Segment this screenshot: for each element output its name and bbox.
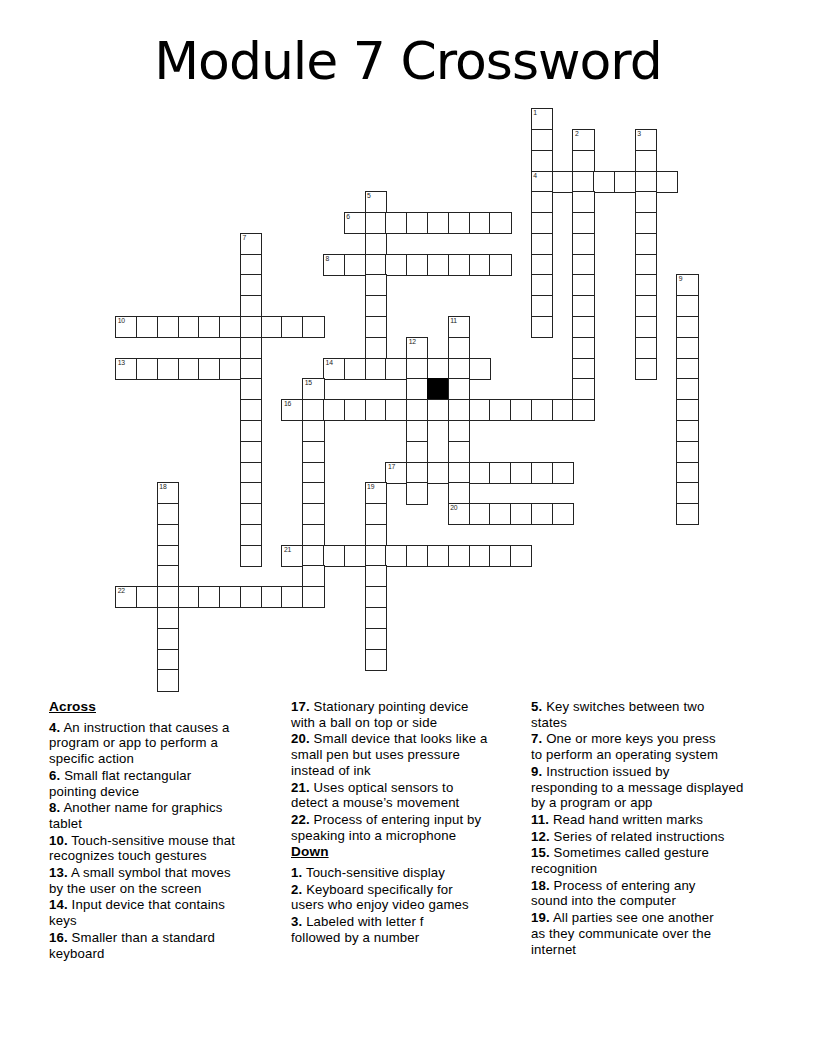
clue-text-line: states <box>531 715 781 731</box>
clue-4: 4. An instruction that causes aprogram o… <box>49 720 289 767</box>
clue-number-label: 17. <box>291 699 310 714</box>
grid-cell[interactable] <box>178 586 200 608</box>
grid-cell[interactable] <box>635 233 657 255</box>
black-cell <box>427 378 449 400</box>
grid-cell[interactable] <box>302 545 324 567</box>
grid-cell[interactable] <box>489 545 511 567</box>
clue-number-label: 13. <box>49 865 68 880</box>
clue-text-line: 8. Another name for graphics <box>49 800 289 816</box>
grid-cell[interactable] <box>469 399 491 421</box>
cell-number: 7 <box>242 234 246 242</box>
grid-cell[interactable] <box>531 462 553 484</box>
grid-cell[interactable] <box>531 191 553 213</box>
grid-cell[interactable] <box>157 586 179 608</box>
grid-cell[interactable] <box>676 358 698 380</box>
clue-text-line: 1. Touch-sensitive display <box>291 865 529 881</box>
clue-text-line: 4. An instruction that causes a <box>49 720 289 736</box>
grid-cell[interactable] <box>510 462 532 484</box>
across-header: Across <box>49 699 289 715</box>
grid-cell[interactable] <box>448 212 470 234</box>
clue-number-label: 19. <box>531 910 550 925</box>
clue-number-label: 16. <box>49 930 68 945</box>
grid-cell[interactable] <box>572 274 594 296</box>
clue-18: 18. Process of entering anysound into th… <box>531 878 781 909</box>
grid-cell[interactable] <box>385 212 407 234</box>
grid-cell[interactable] <box>157 669 179 691</box>
grid-cell[interactable] <box>656 171 678 193</box>
clue-21: 21. Uses optical sensors todetect a mous… <box>291 780 529 811</box>
grid-cell[interactable] <box>365 524 387 546</box>
grid-cell[interactable] <box>365 565 387 587</box>
cell-number: 3 <box>637 130 641 138</box>
grid-cell[interactable] <box>469 503 491 525</box>
grid-cell[interactable] <box>448 545 470 567</box>
grid-cell[interactable] <box>531 254 553 276</box>
grid-cell[interactable] <box>635 274 657 296</box>
clue-column-2: 17. Stationary pointing devicewith a bal… <box>291 699 529 947</box>
clue-number-label: 14. <box>49 897 68 912</box>
grid-cell[interactable] <box>157 524 179 546</box>
clue-number-label: 1. <box>291 865 302 880</box>
cell-number: 13 <box>118 359 125 367</box>
grid-cell[interactable]: 2 <box>572 129 594 151</box>
grid-cell[interactable] <box>572 358 594 380</box>
page-title: Module 7 Crossword <box>0 34 816 89</box>
clue-number-label: 20. <box>291 731 310 746</box>
grid-cell[interactable] <box>157 316 179 338</box>
grid-cell[interactable] <box>469 358 491 380</box>
grid-cell[interactable] <box>635 171 657 193</box>
clue-16: 16. Smaller than a standardkeyboard <box>49 930 289 961</box>
grid-cell[interactable] <box>240 462 262 484</box>
cell-number: 15 <box>305 379 312 387</box>
grid-cell[interactable] <box>469 462 491 484</box>
grid-cell[interactable] <box>157 565 179 587</box>
grid-cell[interactable] <box>302 586 324 608</box>
clue-text-line: followed by a number <box>291 930 529 946</box>
clue-text-line: 11. Read hand written marks <box>531 812 781 828</box>
grid-cell[interactable] <box>635 337 657 359</box>
grid-cell[interactable] <box>676 399 698 421</box>
grid-cell[interactable] <box>510 503 532 525</box>
grid-cell[interactable] <box>489 399 511 421</box>
clue-text-line: internet <box>531 942 781 958</box>
grid-cell[interactable] <box>157 545 179 567</box>
grid-cell[interactable]: 8 <box>323 254 345 276</box>
grid-cell[interactable] <box>572 171 594 193</box>
clue-text-line: 20. Small device that looks like a <box>291 731 529 747</box>
grid-cell[interactable] <box>635 254 657 276</box>
grid-cell[interactable] <box>531 295 553 317</box>
grid-cell[interactable] <box>427 212 449 234</box>
grid-cell[interactable] <box>240 586 262 608</box>
grid-cell[interactable] <box>219 358 241 380</box>
grid-cell[interactable] <box>593 171 615 193</box>
grid-cell[interactable] <box>240 545 262 567</box>
grid-cell[interactable] <box>261 316 283 338</box>
grid-cell[interactable] <box>365 212 387 234</box>
grid-cell[interactable]: 9 <box>676 274 698 296</box>
clue-text-line: with a ball on top or side <box>291 715 529 731</box>
grid-cell[interactable] <box>572 191 594 213</box>
grid-cell[interactable] <box>198 358 220 380</box>
clue-text-line: keys <box>49 913 289 929</box>
clue-text-line: instead of ink <box>291 763 529 779</box>
grid-cell[interactable]: 13 <box>115 358 137 380</box>
grid-cell[interactable] <box>448 420 470 442</box>
grid-cell[interactable] <box>302 420 324 442</box>
clue-number-label: 8. <box>49 800 60 815</box>
grid-cell[interactable] <box>385 358 407 380</box>
grid-cell[interactable] <box>531 399 553 421</box>
grid-cell[interactable] <box>572 316 594 338</box>
grid-cell[interactable] <box>365 607 387 629</box>
clue-text-line: by a program or app <box>531 795 781 811</box>
grid-cell[interactable] <box>406 545 428 567</box>
grid-cell[interactable] <box>240 441 262 463</box>
clue-text-line: sound into the computer <box>531 893 781 909</box>
grid-cell[interactable] <box>489 254 511 276</box>
clue-number-label: 5. <box>531 699 542 714</box>
clue-7: 7. One or more keys you pressto perform … <box>531 731 781 762</box>
clue-number-label: 6. <box>49 768 60 783</box>
grid-cell[interactable] <box>136 358 158 380</box>
grid-cell[interactable] <box>489 212 511 234</box>
grid-cell[interactable] <box>302 462 324 484</box>
grid-cell[interactable] <box>302 482 324 504</box>
grid-cell[interactable] <box>240 358 262 380</box>
cell-number: 20 <box>450 504 457 512</box>
clue-text-line: 21. Uses optical sensors to <box>291 780 529 796</box>
grid-cell[interactable] <box>261 586 283 608</box>
grid-cell[interactable] <box>676 441 698 463</box>
grid-cell[interactable] <box>406 254 428 276</box>
grid-cell[interactable]: 20 <box>448 503 470 525</box>
grid-cell[interactable] <box>572 212 594 234</box>
clue-number-label: 7. <box>531 731 542 746</box>
clue-text-line: 18. Process of entering any <box>531 878 781 894</box>
grid-cell[interactable] <box>281 586 303 608</box>
grid-cell[interactable] <box>614 171 636 193</box>
grid-cell[interactable] <box>531 274 553 296</box>
grid-cell[interactable] <box>427 545 449 567</box>
grid-cell[interactable] <box>406 358 428 380</box>
clue-number-label: 4. <box>49 720 60 735</box>
grid-cell[interactable] <box>448 254 470 276</box>
grid-cell[interactable]: 4 <box>531 171 553 193</box>
grid-cell[interactable] <box>406 212 428 234</box>
cell-number: 1 <box>533 109 537 117</box>
grid-cell[interactable] <box>448 358 470 380</box>
cell-number: 9 <box>679 275 683 283</box>
cell-number: 21 <box>284 546 291 554</box>
grid-cell[interactable] <box>469 212 491 234</box>
grid-cell[interactable]: 10 <box>115 316 137 338</box>
cell-number: 10 <box>118 317 125 325</box>
grid-cell[interactable] <box>302 441 324 463</box>
grid-cell[interactable] <box>365 295 387 317</box>
grid-cell[interactable] <box>448 441 470 463</box>
grid-cell[interactable] <box>572 150 594 172</box>
grid-cell[interactable] <box>635 212 657 234</box>
grid-cell[interactable] <box>572 254 594 276</box>
clue-1: 1. Touch-sensitive display <box>291 865 529 881</box>
clue-column-3: 5. Key switches between twostates7. One … <box>531 699 781 958</box>
grid-cell[interactable] <box>427 462 449 484</box>
clue-text-line: 13. A small symbol that moves <box>49 865 289 881</box>
clue-text-line: 14. Input device that contains <box>49 897 289 913</box>
grid-cell[interactable] <box>676 503 698 525</box>
grid-cell[interactable]: 12 <box>406 337 428 359</box>
grid-cell[interactable] <box>489 503 511 525</box>
grid-cell[interactable] <box>157 503 179 525</box>
grid-cell[interactable] <box>302 316 324 338</box>
grid-cell[interactable] <box>365 337 387 359</box>
grid-cell[interactable]: 5 <box>365 191 387 213</box>
grid-cell[interactable] <box>572 295 594 317</box>
grid-cell[interactable] <box>385 545 407 567</box>
grid-cell[interactable] <box>240 524 262 546</box>
clue-text-line: responding to a message displayed <box>531 780 781 796</box>
grid-cell[interactable] <box>552 503 574 525</box>
grid-cell[interactable] <box>427 399 449 421</box>
grid-cell[interactable] <box>157 649 179 671</box>
grid-cell[interactable] <box>531 212 553 234</box>
clue-column-1: Across4. An instruction that causes apro… <box>49 699 289 962</box>
grid-cell[interactable] <box>448 337 470 359</box>
grid-cell[interactable] <box>344 254 366 276</box>
grid-cell[interactable] <box>323 545 345 567</box>
grid-cell[interactable] <box>240 378 262 400</box>
cell-number: 5 <box>367 192 371 200</box>
cell-number: 11 <box>450 317 457 325</box>
clue-text-line: 3. Labeled with letter f <box>291 914 529 930</box>
grid-cell[interactable] <box>365 586 387 608</box>
clue-text-line: tablet <box>49 816 289 832</box>
grid-cell[interactable] <box>198 586 220 608</box>
cell-number: 16 <box>284 400 291 408</box>
grid-cell[interactable] <box>572 399 594 421</box>
grid-cell[interactable] <box>240 254 262 276</box>
clue-6: 6. Small flat rectangularpointing device <box>49 768 289 799</box>
grid-cell[interactable] <box>635 191 657 213</box>
grid-cell[interactable] <box>676 337 698 359</box>
clue-text-line: users who enjoy video games <box>291 897 529 913</box>
clue-text-line: as they communicate over the <box>531 926 781 942</box>
clue-text-line: speaking into a microphone <box>291 828 529 844</box>
clue-text-line: 10. Touch-sensitive mouse that <box>49 833 289 849</box>
grid-cell[interactable] <box>385 399 407 421</box>
grid-cell[interactable] <box>448 482 470 504</box>
grid-cell[interactable] <box>406 378 428 400</box>
clue-text-line: 9. Instruction issued by <box>531 764 781 780</box>
grid-cell[interactable] <box>469 545 491 567</box>
cell-number: 6 <box>346 213 350 221</box>
cell-number: 14 <box>326 359 333 367</box>
clue-number-label: 2. <box>291 882 302 897</box>
crossword-grid: 12345678910111213141516171819202122 <box>116 109 698 692</box>
cell-number: 2 <box>575 130 579 138</box>
grid-cell[interactable] <box>676 462 698 484</box>
grid-cell[interactable] <box>489 462 511 484</box>
grid-cell[interactable]: 16 <box>281 399 303 421</box>
grid-cell[interactable]: 15 <box>302 378 324 400</box>
grid-cell[interactable]: 18 <box>157 482 179 504</box>
grid-cell[interactable] <box>427 254 449 276</box>
clue-number-label: 3. <box>291 914 302 929</box>
grid-cell[interactable] <box>552 399 574 421</box>
cell-number: 22 <box>118 587 125 595</box>
grid-cell[interactable] <box>178 316 200 338</box>
grid-cell[interactable] <box>365 316 387 338</box>
clue-number-label: 15. <box>531 845 550 860</box>
clue-text-line: program or app to perform a <box>49 735 289 751</box>
grid-cell[interactable] <box>323 399 345 421</box>
clue-text-line: 12. Series of related instructions <box>531 829 781 845</box>
cell-number: 18 <box>159 483 166 491</box>
clue-text-line: 2. Keyboard specifically for <box>291 882 529 898</box>
down-header: Down <box>291 844 529 860</box>
grid-cell[interactable] <box>676 420 698 442</box>
clue-text-line: small pen but uses pressure <box>291 747 529 763</box>
grid-cell[interactable]: 17 <box>385 462 407 484</box>
grid-cell[interactable] <box>178 358 200 380</box>
grid-cell[interactable] <box>365 399 387 421</box>
grid-cell[interactable] <box>406 441 428 463</box>
clue-5: 5. Key switches between twostates <box>531 699 781 730</box>
grid-cell[interactable] <box>448 399 470 421</box>
grid-cell[interactable]: 3 <box>635 129 657 151</box>
grid-cell[interactable] <box>198 316 220 338</box>
clue-text-line: to perform an operating system <box>531 747 781 763</box>
clue-number-label: 10. <box>49 833 68 848</box>
grid-cell[interactable]: 14 <box>323 358 345 380</box>
grid-cell[interactable] <box>469 254 491 276</box>
grid-cell[interactable] <box>572 337 594 359</box>
cell-number: 17 <box>388 463 395 471</box>
cell-number: 8 <box>326 255 330 263</box>
clue-text-line: pointing device <box>49 784 289 800</box>
grid-cell[interactable]: 6 <box>344 212 366 234</box>
grid-cell[interactable] <box>365 254 387 276</box>
grid-cell[interactable] <box>281 316 303 338</box>
grid-cell[interactable] <box>531 150 553 172</box>
grid-cell[interactable] <box>385 254 407 276</box>
grid-cell[interactable] <box>344 358 366 380</box>
grid-cell[interactable] <box>676 295 698 317</box>
grid-cell[interactable] <box>302 399 324 421</box>
clue-22: 22. Process of entering input byspeaking… <box>291 812 529 843</box>
clue-2: 2. Keyboard specifically forusers who en… <box>291 882 529 913</box>
grid-cell[interactable] <box>531 233 553 255</box>
grid-cell[interactable] <box>531 503 553 525</box>
grid-cell[interactable] <box>676 316 698 338</box>
grid-cell[interactable] <box>676 482 698 504</box>
grid-cell[interactable] <box>136 586 158 608</box>
clue-text-line: 6. Small flat rectangular <box>49 768 289 784</box>
grid-cell[interactable]: 7 <box>240 233 262 255</box>
grid-cell[interactable] <box>240 399 262 421</box>
grid-cell[interactable] <box>344 545 366 567</box>
grid-cell[interactable] <box>406 420 428 442</box>
grid-cell[interactable] <box>406 482 428 504</box>
grid-cell[interactable] <box>572 378 594 400</box>
grid-cell[interactable] <box>157 628 179 650</box>
clue-number-label: 11. <box>531 812 549 827</box>
grid-cell[interactable]: 11 <box>448 316 470 338</box>
grid-cell[interactable] <box>302 565 324 587</box>
clue-text-line: recognizes touch gestures <box>49 848 289 864</box>
clue-10: 10. Touch-sensitive mouse thatrecognizes… <box>49 833 289 864</box>
grid-cell[interactable] <box>240 337 262 359</box>
grid-cell[interactable] <box>365 545 387 567</box>
grid-cell[interactable] <box>552 462 574 484</box>
grid-cell[interactable] <box>240 503 262 525</box>
clue-text-line: 17. Stationary pointing device <box>291 699 529 715</box>
grid-cell[interactable] <box>531 129 553 151</box>
grid-cell[interactable] <box>365 503 387 525</box>
grid-cell[interactable] <box>552 171 574 193</box>
clue-3: 3. Labeled with letter ffollowed by a nu… <box>291 914 529 945</box>
grid-cell[interactable] <box>572 233 594 255</box>
grid-cell[interactable] <box>635 316 657 338</box>
grid-cell[interactable] <box>240 482 262 504</box>
grid-cell[interactable] <box>635 358 657 380</box>
grid-cell[interactable] <box>406 462 428 484</box>
grid-cell[interactable] <box>365 628 387 650</box>
grid-cell[interactable] <box>427 358 449 380</box>
grid-cell[interactable] <box>531 316 553 338</box>
grid-cell[interactable] <box>635 295 657 317</box>
grid-cell[interactable] <box>219 316 241 338</box>
grid-cell[interactable] <box>365 358 387 380</box>
grid-cell[interactable] <box>676 378 698 400</box>
cell-number: 19 <box>367 483 374 491</box>
clue-number-label: 9. <box>531 764 542 779</box>
grid-cell[interactable] <box>157 607 179 629</box>
grid-cell[interactable]: 22 <box>115 586 137 608</box>
grid-cell[interactable] <box>448 462 470 484</box>
grid-cell[interactable] <box>302 503 324 525</box>
grid-cell[interactable] <box>240 420 262 442</box>
grid-cell[interactable]: 19 <box>365 482 387 504</box>
grid-cell[interactable] <box>240 316 262 338</box>
clue-text-line: 19. All parties see one another <box>531 910 781 926</box>
grid-cell[interactable] <box>510 399 532 421</box>
grid-cell[interactable] <box>635 150 657 172</box>
clue-text-line: 5. Key switches between two <box>531 699 781 715</box>
grid-cell[interactable] <box>365 649 387 671</box>
grid-cell[interactable] <box>219 586 241 608</box>
grid-cell[interactable] <box>510 545 532 567</box>
clue-14: 14. Input device that containskeys <box>49 897 289 928</box>
grid-cell[interactable] <box>136 316 158 338</box>
cell-number: 4 <box>533 172 537 180</box>
grid-cell[interactable] <box>157 358 179 380</box>
grid-cell[interactable] <box>365 274 387 296</box>
grid-cell[interactable] <box>448 378 470 400</box>
clue-number-label: 12. <box>531 829 550 844</box>
grid-cell[interactable]: 21 <box>281 545 303 567</box>
grid-cell[interactable] <box>344 399 366 421</box>
grid-cell[interactable]: 1 <box>531 108 553 130</box>
grid-cell[interactable] <box>302 524 324 546</box>
grid-cell[interactable] <box>240 295 262 317</box>
grid-cell[interactable] <box>240 274 262 296</box>
clue-17: 17. Stationary pointing devicewith a bal… <box>291 699 529 730</box>
grid-cell[interactable] <box>406 399 428 421</box>
grid-cell[interactable] <box>365 233 387 255</box>
